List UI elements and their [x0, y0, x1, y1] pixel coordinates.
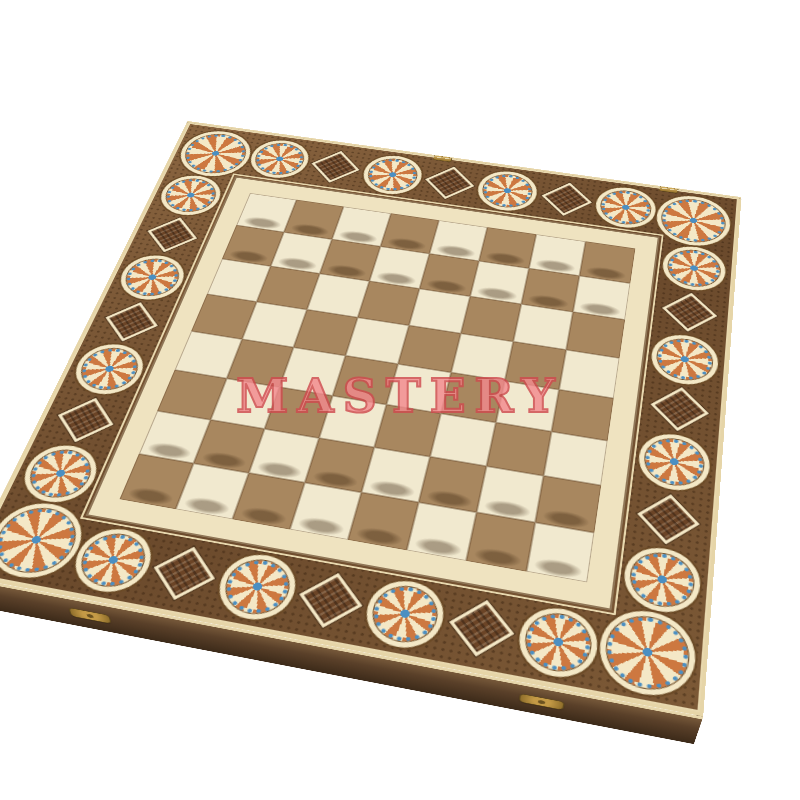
- brass-clasp-right: [520, 694, 563, 710]
- scene: ♜♞♝♛♚♝♞♜♟♟♟♟♟♟♟♟♟♟♟♟♟♟♟♟♜♞♝♛♚♝♞♜: [0, 0, 800, 800]
- rook-glyph: ♜: [505, 425, 612, 568]
- photo-stage: ♜♞♝♛♚♝♞♜♟♟♟♟♟♟♟♟♟♟♟♟♟♟♟♟♜♞♝♛♚♝♞♜ MASTERY: [0, 0, 800, 800]
- brass-clasp-left: [70, 608, 111, 623]
- diamond-inlay-icon: [147, 218, 197, 253]
- chess-box: ♜♞♝♛♚♝♞♜♟♟♟♟♟♟♟♟♟♟♟♟♟♟♟♟♜♞♝♛♚♝♞♜: [0, 121, 742, 717]
- diamond-inlay-icon: [662, 293, 717, 332]
- rosette-medallion-icon: [120, 256, 185, 299]
